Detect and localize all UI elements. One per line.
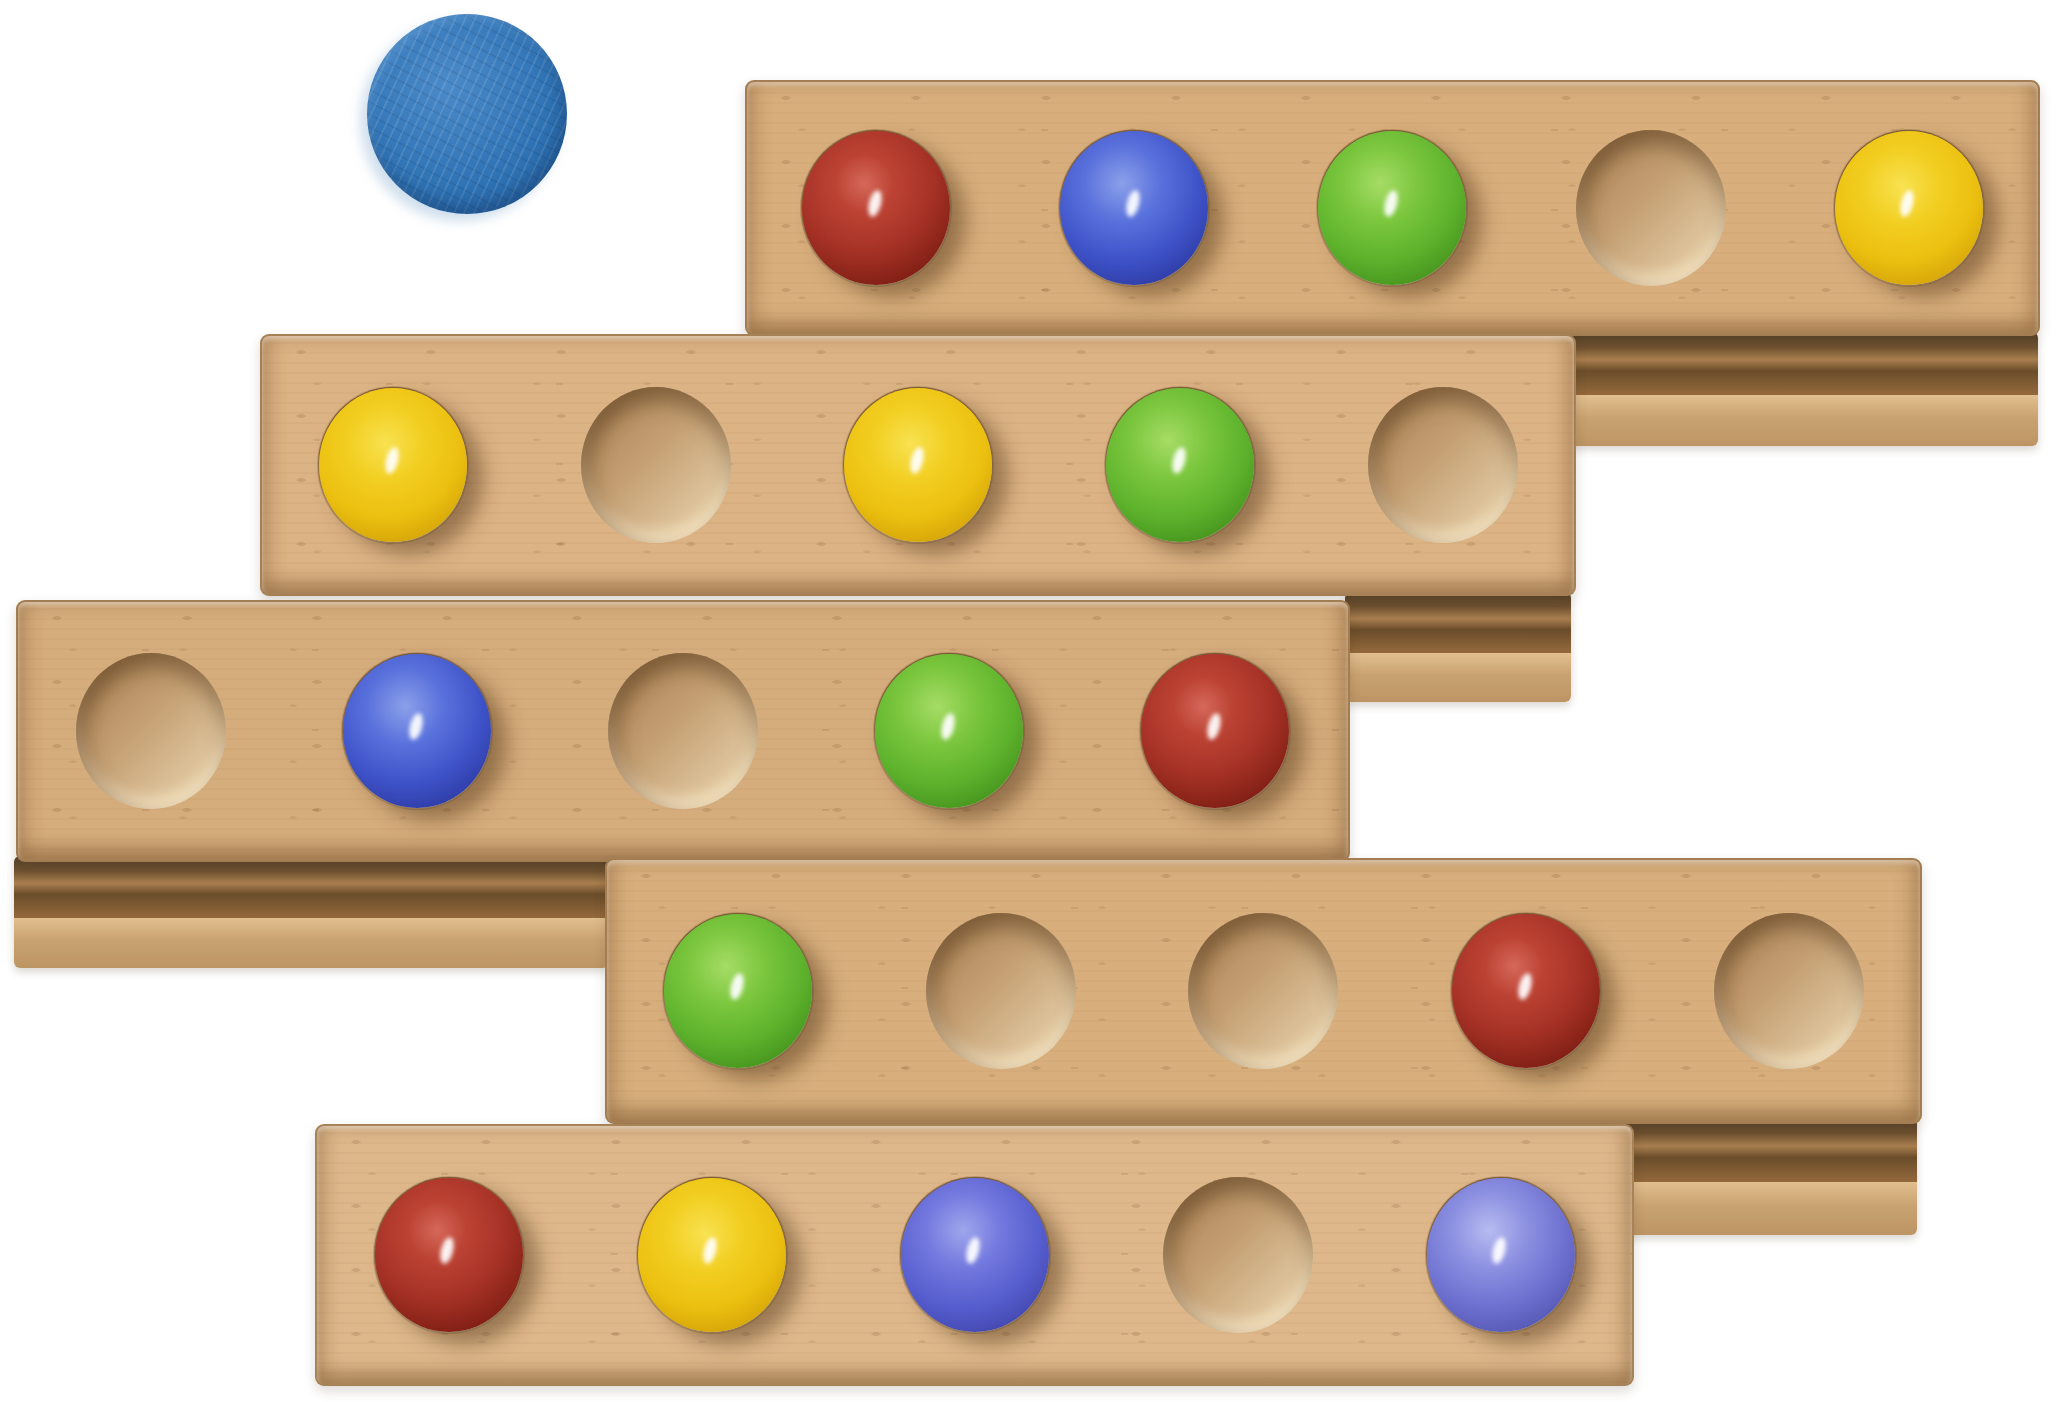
marble-red[interactable] [1452,914,1600,1068]
marble-red[interactable] [1141,654,1289,808]
marble-blue[interactable] [1060,131,1208,285]
rail-cell [843,1126,1106,1384]
ledge-groove [1622,1118,1917,1182]
rail-cell [1395,860,1658,1122]
marble-green[interactable] [875,654,1023,808]
rail-5[interactable] [315,1124,1634,1386]
hole-with-marble [342,653,492,809]
rail-cell [1132,860,1395,1122]
empty-hole[interactable] [581,387,731,543]
hole-with-marble [663,913,813,1069]
rail-4-step-ledge [1622,1118,1917,1235]
rail-cell [1263,82,1521,334]
marble-red[interactable] [375,1178,523,1332]
hole-with-marble [1834,130,1984,286]
empty-hole[interactable] [1368,387,1518,543]
empty-hole[interactable] [1163,1177,1313,1333]
rail-cell [870,860,1133,1122]
rail-4[interactable] [605,858,1922,1124]
rail-cell [580,1126,843,1384]
rail-3[interactable] [16,600,1350,862]
hole-with-marble [1426,1177,1576,1333]
ledge-groove [14,856,609,918]
ledge-groove [1567,332,2038,395]
rail-2-step-ledge [1345,592,1571,702]
rail-3-step-ledge [14,856,609,968]
rail-cell [1780,82,2038,334]
marble-green[interactable] [1318,131,1466,285]
rail-1[interactable] [745,80,2040,336]
rail-cell [1657,860,1920,1122]
rail-cell [284,602,550,860]
hole-with-marble [900,1177,1050,1333]
rail-cell [262,336,524,594]
empty-hole[interactable] [76,653,226,809]
hole-with-marble [843,387,993,543]
rail-cell [1106,1126,1369,1384]
rail-cell [1005,82,1263,334]
marble-yellow[interactable] [844,388,992,542]
marble-blue[interactable] [901,1178,1049,1332]
marble-blue[interactable] [1427,1178,1575,1332]
blue-disc-token[interactable] [367,14,567,214]
ledge-step [1622,1182,1917,1235]
rail-cell [317,1126,580,1384]
empty-hole[interactable] [926,913,1076,1069]
empty-hole[interactable] [1188,913,1338,1069]
empty-hole[interactable] [1576,130,1726,286]
rail-cell [1049,336,1311,594]
ledge-groove [1345,592,1571,653]
hole-with-marble [637,1177,787,1333]
hole-with-marble [1317,130,1467,286]
rail-cell [787,336,1049,594]
ledge-step [1345,653,1571,703]
ledge-step [1567,395,2038,446]
hole-with-marble [1105,387,1255,543]
hole-with-marble [1059,130,1209,286]
marble-rails-board [0,0,2060,1402]
marble-blue[interactable] [343,654,491,808]
hole-with-marble [874,653,1024,809]
rail-cell [18,602,284,860]
hole-with-marble [318,387,468,543]
hole-with-marble [1451,913,1601,1069]
empty-hole[interactable] [608,653,758,809]
rail-cell [1312,336,1574,594]
rail-cell [816,602,1082,860]
empty-hole[interactable] [1714,913,1864,1069]
ledge-step [14,918,609,968]
rail-1-step-ledge [1567,332,2038,446]
rail-cell [550,602,816,860]
rail-cell [607,860,870,1122]
marble-yellow[interactable] [638,1178,786,1332]
rail-cell [1369,1126,1632,1384]
marble-yellow[interactable] [319,388,467,542]
rail-2[interactable] [260,334,1576,596]
marble-yellow[interactable] [1835,131,1983,285]
marble-green[interactable] [664,914,812,1068]
hole-with-marble [801,130,951,286]
hole-with-marble [1140,653,1290,809]
rail-cell [1082,602,1348,860]
marble-red[interactable] [802,131,950,285]
rail-cell [524,336,786,594]
rail-cell [747,82,1005,334]
rail-cell [1522,82,1780,334]
marble-green[interactable] [1106,388,1254,542]
hole-with-marble [374,1177,524,1333]
